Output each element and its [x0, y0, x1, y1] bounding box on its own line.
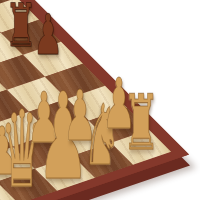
- chess-set-photo: ♜♟♟♛♟♟♟♞♟♜: [0, 0, 200, 200]
- pawn-glyph: ♟: [33, 7, 63, 63]
- rook-glyph: ♜: [122, 85, 159, 161]
